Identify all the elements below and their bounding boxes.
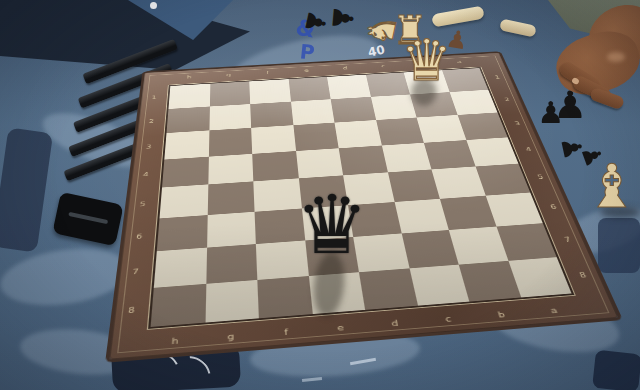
square-e4 (296, 148, 344, 178)
file-label-a: a (526, 303, 582, 318)
square-d3 (334, 120, 381, 148)
square-e2 (291, 99, 335, 125)
square-g7 (206, 244, 258, 283)
square-h3 (164, 130, 209, 159)
rank-label-2: 2 (145, 109, 158, 134)
rank-label-8: 8 (122, 290, 140, 331)
square-a7 (496, 223, 557, 260)
photo-of-chess-game: & P 40 hgfedcba hgfedcba 12345678 123456… (0, 0, 640, 390)
square-h7 (154, 248, 207, 288)
white-bishop-standing: ♝ (585, 156, 639, 216)
square-h1 (169, 84, 210, 109)
square-g5 (207, 181, 254, 214)
rank-label-6: 6 (131, 219, 147, 254)
highlight-sparkle (150, 2, 157, 9)
rank-label-right-2: 2 (497, 88, 517, 112)
rank-label-right-3: 3 (507, 111, 528, 136)
file-label-far-f: f (248, 69, 287, 77)
square-g8 (205, 280, 259, 323)
square-g6 (207, 211, 256, 247)
square-f2 (250, 101, 293, 127)
square-f8 (257, 276, 312, 319)
file-label-far-d: d (325, 64, 364, 72)
square-a3 (457, 112, 507, 139)
rank-label-5: 5 (135, 188, 150, 220)
rank-label-4: 4 (138, 160, 153, 189)
black-piece-lying: ♟ (327, 4, 357, 31)
file-label-d: d (367, 316, 423, 331)
square-f4 (252, 151, 298, 182)
rank-label-3: 3 (141, 133, 155, 160)
square-g2 (209, 104, 251, 131)
square-g4 (208, 154, 253, 185)
square-f1 (249, 79, 290, 104)
dark-patch-bottom-right (592, 350, 640, 390)
square-h2 (167, 106, 210, 133)
rank-label-7: 7 (127, 253, 144, 291)
square-a6 (485, 192, 543, 226)
file-label-far-g: g (209, 71, 248, 79)
square-d8 (359, 268, 418, 310)
square-h5 (160, 184, 208, 218)
file-label-far-h: h (169, 73, 209, 81)
rank-label-right-7: 7 (554, 222, 581, 257)
square-g1 (209, 81, 250, 106)
square-a4 (466, 137, 519, 166)
square-c4 (381, 143, 431, 173)
square-h8 (151, 283, 206, 326)
square-f3 (251, 125, 295, 153)
file-label-far-e: e (287, 67, 326, 75)
rank-label-right-6: 6 (541, 191, 566, 223)
square-e3 (293, 123, 339, 151)
file-label-b: b (473, 307, 529, 322)
white-queen-on-b1: ♛ (401, 32, 452, 89)
square-d1 (327, 75, 370, 99)
knuckle-highlight (607, 52, 625, 62)
rank-label-right-8: 8 (568, 256, 597, 294)
square-a5 (475, 164, 530, 196)
file-label-e: e (313, 320, 369, 335)
square-a2 (449, 90, 497, 115)
rank-label-right-4: 4 (517, 135, 539, 162)
square-c2 (370, 94, 416, 120)
square-c3 (376, 118, 424, 146)
file-label-g: g (203, 329, 259, 344)
file-label-c: c (420, 312, 476, 327)
black-queen-on-e7: ♛ (295, 185, 368, 266)
rank-label-right-5: 5 (529, 162, 553, 192)
dark-patch-right (598, 218, 640, 273)
file-label-f: f (258, 325, 314, 340)
square-h6 (157, 215, 207, 252)
rank-label-1: 1 (147, 86, 160, 110)
square-f5 (253, 178, 301, 211)
square-g3 (208, 128, 252, 157)
box-slot (68, 212, 108, 224)
file-label-h: h (146, 333, 203, 349)
square-h4 (162, 156, 208, 187)
rank-label-right-1: 1 (488, 66, 507, 88)
square-e1 (288, 77, 330, 101)
square-d2 (331, 97, 376, 123)
file-label-far-c: c (364, 62, 404, 69)
cloth-print-char: P (299, 39, 316, 64)
square-d4 (339, 145, 388, 175)
